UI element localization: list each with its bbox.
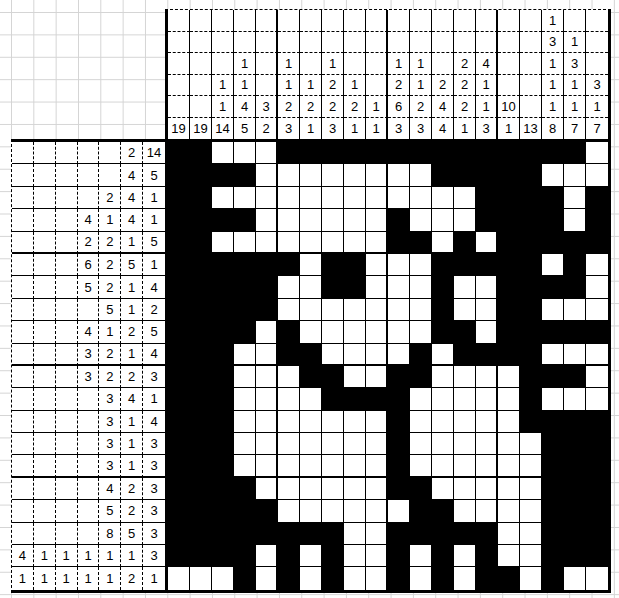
grid-cell-filled[interactable] [586, 433, 608, 455]
grid-cell-filled[interactable] [520, 276, 542, 298]
grid-cell-filled[interactable] [190, 366, 212, 388]
grid-cell-filled[interactable] [498, 187, 520, 209]
grid-cell-empty[interactable] [410, 164, 432, 186]
grid-cell-empty[interactable] [476, 299, 498, 321]
grid-cell-filled[interactable] [564, 276, 586, 298]
grid-cell-filled[interactable] [212, 388, 234, 410]
grid-cell-filled[interactable] [520, 232, 542, 254]
grid-cell-empty[interactable] [322, 321, 344, 343]
grid-cell-filled[interactable] [476, 164, 498, 186]
grid-cell-filled[interactable] [234, 567, 256, 589]
grid-cell-filled[interactable] [388, 366, 410, 388]
grid-cell-filled[interactable] [498, 276, 520, 298]
grid-cell-empty[interactable] [344, 523, 366, 545]
grid-cell-empty[interactable] [366, 209, 388, 231]
grid-cell-filled[interactable] [344, 142, 366, 164]
grid-cell-filled[interactable] [542, 567, 564, 589]
grid-cell-empty[interactable] [322, 299, 344, 321]
grid-cell-empty[interactable] [498, 455, 520, 477]
grid-cell-empty[interactable] [278, 411, 300, 433]
grid-cell-filled[interactable] [344, 388, 366, 410]
grid-cell-empty[interactable] [454, 500, 476, 522]
grid-cell-filled[interactable] [454, 232, 476, 254]
grid-cell-filled[interactable] [366, 388, 388, 410]
grid-cell-filled[interactable] [168, 388, 190, 410]
grid-cell-empty[interactable] [344, 299, 366, 321]
grid-cell-filled[interactable] [322, 523, 344, 545]
grid-cell-empty[interactable] [542, 388, 564, 410]
grid-cell-empty[interactable] [564, 164, 586, 186]
grid-cell-filled[interactable] [168, 276, 190, 298]
grid-cell-empty[interactable] [212, 142, 234, 164]
grid-cell-empty[interactable] [256, 388, 278, 410]
grid-cell-filled[interactable] [256, 523, 278, 545]
grid-cell-filled[interactable] [168, 366, 190, 388]
grid-cell-filled[interactable] [586, 545, 608, 567]
grid-cell-filled[interactable] [190, 187, 212, 209]
grid-cell-filled[interactable] [168, 411, 190, 433]
grid-cell-filled[interactable] [234, 254, 256, 276]
grid-cell-empty[interactable] [476, 232, 498, 254]
grid-cell-filled[interactable] [212, 478, 234, 500]
grid-cell-empty[interactable] [366, 545, 388, 567]
grid-cell-filled[interactable] [278, 254, 300, 276]
grid-cell-filled[interactable] [278, 545, 300, 567]
grid-cell-empty[interactable] [476, 455, 498, 477]
grid-cell-empty[interactable] [366, 164, 388, 186]
grid-cell-filled[interactable] [542, 187, 564, 209]
grid-cell-filled[interactable] [410, 500, 432, 522]
grid-cell-empty[interactable] [234, 187, 256, 209]
grid-cell-filled[interactable] [322, 276, 344, 298]
grid-cell-filled[interactable] [564, 523, 586, 545]
grid-cell-filled[interactable] [520, 321, 542, 343]
grid-cell-filled[interactable] [564, 254, 586, 276]
grid-cell-empty[interactable] [344, 455, 366, 477]
grid-cell-empty[interactable] [256, 411, 278, 433]
grid-cell-filled[interactable] [410, 523, 432, 545]
grid-cell-filled[interactable] [278, 344, 300, 366]
grid-cell-empty[interactable] [498, 366, 520, 388]
grid-cell-filled[interactable] [498, 299, 520, 321]
grid-cell-filled[interactable] [564, 500, 586, 522]
grid-cell-filled[interactable] [520, 254, 542, 276]
grid-cell-empty[interactable] [344, 344, 366, 366]
grid-cell-filled[interactable] [168, 164, 190, 186]
grid-cell-empty[interactable] [410, 209, 432, 231]
grid-cell-filled[interactable] [476, 344, 498, 366]
grid-cell-empty[interactable] [234, 388, 256, 410]
grid-cell-empty[interactable] [476, 276, 498, 298]
grid-cell-filled[interactable] [498, 164, 520, 186]
grid-cell-empty[interactable] [388, 164, 410, 186]
grid-cell-filled[interactable] [476, 142, 498, 164]
grid-cell-empty[interactable] [410, 299, 432, 321]
grid-cell-filled[interactable] [542, 142, 564, 164]
grid-cell-filled[interactable] [432, 545, 454, 567]
grid-cell-filled[interactable] [542, 366, 564, 388]
grid-cell-filled[interactable] [388, 388, 410, 410]
grid-cell-empty[interactable] [410, 567, 432, 589]
grid-cell-empty[interactable] [278, 164, 300, 186]
grid-cell-empty[interactable] [300, 276, 322, 298]
grid-cell-empty[interactable] [300, 254, 322, 276]
grid-cell-filled[interactable] [432, 321, 454, 343]
grid-cell-filled[interactable] [410, 142, 432, 164]
grid-cell-empty[interactable] [586, 276, 608, 298]
grid-cell-filled[interactable] [168, 321, 190, 343]
grid-cell-filled[interactable] [256, 500, 278, 522]
grid-cell-filled[interactable] [564, 478, 586, 500]
grid-cell-empty[interactable] [454, 545, 476, 567]
grid-cell-filled[interactable] [432, 523, 454, 545]
grid-cell-filled[interactable] [234, 478, 256, 500]
grid-cell-empty[interactable] [278, 276, 300, 298]
grid-cell-empty[interactable] [344, 187, 366, 209]
grid-cell-empty[interactable] [278, 187, 300, 209]
grid-cell-empty[interactable] [454, 567, 476, 589]
grid-cell-filled[interactable] [388, 232, 410, 254]
grid-cell-filled[interactable] [168, 209, 190, 231]
grid-cell-filled[interactable] [476, 209, 498, 231]
grid-cell-filled[interactable] [212, 366, 234, 388]
grid-cell-filled[interactable] [168, 523, 190, 545]
grid-cell-empty[interactable] [366, 433, 388, 455]
grid-cell-empty[interactable] [388, 344, 410, 366]
grid-cell-filled[interactable] [212, 411, 234, 433]
grid-cell-empty[interactable] [256, 567, 278, 589]
grid-cell-filled[interactable] [564, 232, 586, 254]
grid-cell-empty[interactable] [586, 142, 608, 164]
grid-cell-filled[interactable] [322, 254, 344, 276]
grid-cell-filled[interactable] [432, 567, 454, 589]
grid-cell-filled[interactable] [212, 344, 234, 366]
grid-cell-filled[interactable] [190, 142, 212, 164]
grid-cell-filled[interactable] [234, 209, 256, 231]
grid-cell-empty[interactable] [234, 344, 256, 366]
grid-cell-filled[interactable] [564, 366, 586, 388]
grid-cell-filled[interactable] [388, 567, 410, 589]
grid-cell-filled[interactable] [454, 142, 476, 164]
grid-cell-empty[interactable] [344, 411, 366, 433]
grid-cell-empty[interactable] [454, 276, 476, 298]
grid-cell-filled[interactable] [256, 254, 278, 276]
grid-cell-empty[interactable] [542, 299, 564, 321]
grid-cell-empty[interactable] [256, 164, 278, 186]
grid-cell-empty[interactable] [234, 142, 256, 164]
grid-cell-empty[interactable] [498, 523, 520, 545]
grid-cell-empty[interactable] [520, 478, 542, 500]
grid-cell-filled[interactable] [168, 254, 190, 276]
grid-cell-empty[interactable] [256, 321, 278, 343]
grid-cell-filled[interactable] [388, 478, 410, 500]
grid-cell-filled[interactable] [190, 232, 212, 254]
grid-cell-filled[interactable] [278, 321, 300, 343]
grid-cell-empty[interactable] [190, 567, 212, 589]
grid-cell-filled[interactable] [212, 276, 234, 298]
grid-cell-empty[interactable] [322, 232, 344, 254]
grid-cell-filled[interactable] [344, 254, 366, 276]
grid-cell-filled[interactable] [564, 142, 586, 164]
grid-cell-empty[interactable] [586, 299, 608, 321]
grid-cell-empty[interactable] [366, 187, 388, 209]
grid-cell-empty[interactable] [476, 321, 498, 343]
grid-cell-empty[interactable] [300, 232, 322, 254]
grid-cell-filled[interactable] [498, 344, 520, 366]
grid-cell-filled[interactable] [586, 321, 608, 343]
grid-cell-filled[interactable] [520, 388, 542, 410]
grid-cell-filled[interactable] [542, 232, 564, 254]
grid-cell-filled[interactable] [256, 276, 278, 298]
grid-cell-filled[interactable] [366, 142, 388, 164]
grid-cell-filled[interactable] [190, 276, 212, 298]
grid-cell-filled[interactable] [322, 388, 344, 410]
grid-cell-empty[interactable] [278, 388, 300, 410]
grid-cell-empty[interactable] [278, 209, 300, 231]
grid-cell-empty[interactable] [234, 455, 256, 477]
grid-cell-filled[interactable] [388, 545, 410, 567]
grid-cell-empty[interactable] [586, 366, 608, 388]
grid-cell-empty[interactable] [388, 276, 410, 298]
grid-cell-empty[interactable] [300, 209, 322, 231]
grid-cell-empty[interactable] [300, 545, 322, 567]
grid-cell-filled[interactable] [520, 344, 542, 366]
grid-cell-empty[interactable] [344, 433, 366, 455]
grid-cell-empty[interactable] [410, 187, 432, 209]
grid-cell-empty[interactable] [476, 411, 498, 433]
grid-cell-filled[interactable] [322, 366, 344, 388]
grid-cell-empty[interactable] [476, 366, 498, 388]
grid-cell-empty[interactable] [344, 366, 366, 388]
grid-cell-filled[interactable] [410, 366, 432, 388]
grid-cell-empty[interactable] [300, 500, 322, 522]
grid-cell-filled[interactable] [212, 164, 234, 186]
grid-cell-empty[interactable] [564, 299, 586, 321]
grid-cell-empty[interactable] [366, 254, 388, 276]
grid-cell-empty[interactable] [564, 209, 586, 231]
grid-cell-empty[interactable] [322, 500, 344, 522]
grid-cell-empty[interactable] [256, 142, 278, 164]
grid-cell-empty[interactable] [564, 567, 586, 589]
grid-cell-empty[interactable] [564, 187, 586, 209]
grid-cell-filled[interactable] [212, 254, 234, 276]
grid-cell-empty[interactable] [344, 567, 366, 589]
grid-cell-empty[interactable] [278, 299, 300, 321]
grid-cell-filled[interactable] [520, 299, 542, 321]
grid-cell-empty[interactable] [366, 411, 388, 433]
grid-cell-empty[interactable] [300, 388, 322, 410]
grid-cell-empty[interactable] [498, 500, 520, 522]
grid-cell-filled[interactable] [234, 276, 256, 298]
grid-cell-filled[interactable] [564, 411, 586, 433]
grid-cell-filled[interactable] [564, 455, 586, 477]
grid-cell-empty[interactable] [366, 500, 388, 522]
grid-cell-empty[interactable] [542, 254, 564, 276]
grid-cell-filled[interactable] [542, 500, 564, 522]
grid-cell-filled[interactable] [300, 366, 322, 388]
grid-cell-empty[interactable] [388, 321, 410, 343]
grid-cell-empty[interactable] [410, 433, 432, 455]
grid-cell-filled[interactable] [520, 164, 542, 186]
grid-cell-empty[interactable] [300, 567, 322, 589]
grid-cell-empty[interactable] [432, 366, 454, 388]
grid-cell-empty[interactable] [366, 478, 388, 500]
grid-cell-empty[interactable] [432, 209, 454, 231]
grid-cell-empty[interactable] [410, 545, 432, 567]
grid-cell-filled[interactable] [300, 523, 322, 545]
grid-cell-empty[interactable] [564, 388, 586, 410]
grid-cell-empty[interactable] [278, 433, 300, 455]
grid-cell-empty[interactable] [366, 523, 388, 545]
grid-cell-filled[interactable] [168, 433, 190, 455]
grid-cell-empty[interactable] [366, 321, 388, 343]
grid-cell-filled[interactable] [542, 545, 564, 567]
grid-cell-empty[interactable] [278, 478, 300, 500]
grid-cell-empty[interactable] [410, 455, 432, 477]
grid-cell-filled[interactable] [212, 299, 234, 321]
grid-cell-empty[interactable] [256, 187, 278, 209]
grid-cell-filled[interactable] [322, 567, 344, 589]
grid-cell-empty[interactable] [586, 254, 608, 276]
grid-cell-filled[interactable] [168, 455, 190, 477]
grid-cell-empty[interactable] [234, 411, 256, 433]
grid-cell-filled[interactable] [564, 321, 586, 343]
grid-cell-filled[interactable] [234, 545, 256, 567]
grid-cell-filled[interactable] [234, 523, 256, 545]
grid-cell-filled[interactable] [542, 209, 564, 231]
grid-cell-empty[interactable] [300, 455, 322, 477]
grid-cell-empty[interactable] [322, 187, 344, 209]
grid-cell-empty[interactable] [586, 388, 608, 410]
grid-cell-empty[interactable] [586, 567, 608, 589]
grid-cell-filled[interactable] [300, 344, 322, 366]
grid-cell-filled[interactable] [212, 209, 234, 231]
grid-cell-empty[interactable] [432, 478, 454, 500]
grid-cell-empty[interactable] [410, 321, 432, 343]
grid-cell-empty[interactable] [476, 433, 498, 455]
grid-cell-filled[interactable] [234, 164, 256, 186]
grid-cell-empty[interactable] [256, 344, 278, 366]
grid-cell-filled[interactable] [498, 209, 520, 231]
grid-cell-filled[interactable] [190, 500, 212, 522]
grid-cell-filled[interactable] [168, 344, 190, 366]
grid-cell-empty[interactable] [322, 411, 344, 433]
grid-cell-filled[interactable] [212, 545, 234, 567]
grid-cell-empty[interactable] [234, 232, 256, 254]
grid-cell-empty[interactable] [278, 232, 300, 254]
grid-cell-empty[interactable] [256, 455, 278, 477]
grid-cell-empty[interactable] [322, 478, 344, 500]
grid-cell-filled[interactable] [388, 523, 410, 545]
grid-cell-empty[interactable] [322, 209, 344, 231]
grid-cell-empty[interactable] [542, 344, 564, 366]
grid-cell-filled[interactable] [542, 411, 564, 433]
grid-cell-filled[interactable] [498, 321, 520, 343]
grid-cell-empty[interactable] [278, 366, 300, 388]
grid-cell-empty[interactable] [564, 344, 586, 366]
grid-cell-empty[interactable] [520, 433, 542, 455]
grid-cell-filled[interactable] [322, 142, 344, 164]
grid-cell-empty[interactable] [366, 567, 388, 589]
grid-cell-filled[interactable] [190, 164, 212, 186]
grid-cell-empty[interactable] [278, 455, 300, 477]
grid-cell-empty[interactable] [454, 209, 476, 231]
grid-cell-empty[interactable] [476, 500, 498, 522]
grid-cell-filled[interactable] [410, 478, 432, 500]
grid-cell-empty[interactable] [366, 455, 388, 477]
grid-cell-filled[interactable] [520, 411, 542, 433]
grid-cell-empty[interactable] [542, 164, 564, 186]
grid-cell-empty[interactable] [454, 433, 476, 455]
grid-cell-filled[interactable] [410, 232, 432, 254]
grid-cell-filled[interactable] [498, 567, 520, 589]
grid-cell-empty[interactable] [344, 478, 366, 500]
grid-cell-filled[interactable] [542, 433, 564, 455]
grid-cell-filled[interactable] [212, 455, 234, 477]
grid-cell-filled[interactable] [542, 523, 564, 545]
grid-cell-filled[interactable] [542, 455, 564, 477]
grid-cell-empty[interactable] [344, 321, 366, 343]
grid-cell-empty[interactable] [498, 411, 520, 433]
grid-cell-empty[interactable] [212, 232, 234, 254]
grid-cell-filled[interactable] [322, 545, 344, 567]
grid-cell-empty[interactable] [454, 411, 476, 433]
grid-cell-empty[interactable] [432, 232, 454, 254]
grid-cell-filled[interactable] [410, 344, 432, 366]
grid-cell-filled[interactable] [190, 411, 212, 433]
grid-cell-empty[interactable] [520, 567, 542, 589]
grid-cell-filled[interactable] [432, 500, 454, 522]
grid-cell-empty[interactable] [300, 478, 322, 500]
grid-cell-empty[interactable] [256, 232, 278, 254]
grid-cell-filled[interactable] [190, 433, 212, 455]
grid-cell-empty[interactable] [256, 478, 278, 500]
grid-cell-filled[interactable] [388, 142, 410, 164]
grid-cell-empty[interactable] [476, 388, 498, 410]
grid-cell-empty[interactable] [322, 455, 344, 477]
grid-cell-empty[interactable] [344, 545, 366, 567]
grid-cell-filled[interactable] [542, 478, 564, 500]
grid-cell-filled[interactable] [586, 232, 608, 254]
grid-cell-filled[interactable] [190, 523, 212, 545]
grid-cell-empty[interactable] [454, 388, 476, 410]
grid-cell-empty[interactable] [498, 478, 520, 500]
grid-cell-empty[interactable] [476, 478, 498, 500]
grid-cell-filled[interactable] [256, 299, 278, 321]
grid-cell-empty[interactable] [344, 209, 366, 231]
grid-cell-filled[interactable] [168, 478, 190, 500]
grid-cell-filled[interactable] [498, 142, 520, 164]
grid-cell-filled[interactable] [498, 254, 520, 276]
grid-cell-filled[interactable] [190, 455, 212, 477]
grid-cell-empty[interactable] [300, 321, 322, 343]
grid-cell-filled[interactable] [168, 545, 190, 567]
grid-cell-empty[interactable] [256, 209, 278, 231]
grid-cell-filled[interactable] [476, 545, 498, 567]
grid-cell-empty[interactable] [322, 344, 344, 366]
grid-cell-empty[interactable] [168, 567, 190, 589]
grid-cell-empty[interactable] [322, 433, 344, 455]
grid-cell-filled[interactable] [586, 523, 608, 545]
grid-cell-filled[interactable] [454, 344, 476, 366]
grid-cell-empty[interactable] [410, 254, 432, 276]
grid-cell-empty[interactable] [432, 455, 454, 477]
grid-cell-filled[interactable] [168, 500, 190, 522]
grid-cell-filled[interactable] [432, 299, 454, 321]
grid-cell-filled[interactable] [234, 500, 256, 522]
grid-cell-filled[interactable] [476, 254, 498, 276]
grid-cell-empty[interactable] [344, 232, 366, 254]
